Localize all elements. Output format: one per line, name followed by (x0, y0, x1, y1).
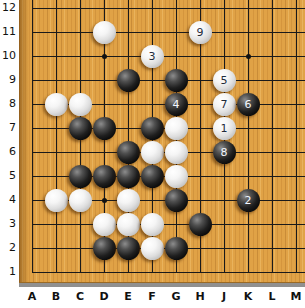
stone-E4[interactable] (117, 189, 140, 212)
col-label-A: A (24, 290, 40, 304)
move-number: 5 (221, 75, 228, 86)
move-number: 1 (221, 123, 228, 134)
row-label-2: 2 (0, 241, 16, 255)
stone-E3[interactable] (117, 213, 140, 236)
stone-J6[interactable]: 8 (213, 141, 236, 164)
stone-D5[interactable] (93, 165, 116, 188)
move-number: 7 (221, 99, 228, 110)
stone-F7[interactable] (141, 117, 164, 140)
star-point (102, 198, 107, 203)
row-label-11: 11 (0, 25, 16, 39)
stone-H3[interactable] (189, 213, 212, 236)
row-label-1: 1 (0, 265, 16, 279)
stone-G5[interactable] (165, 165, 188, 188)
stone-D2[interactable] (93, 237, 116, 260)
stone-B8[interactable] (45, 93, 68, 116)
move-number: 4 (173, 99, 180, 110)
stone-D11[interactable] (93, 21, 116, 44)
stone-G8[interactable]: 4 (165, 93, 188, 116)
row-label-5: 5 (0, 169, 16, 183)
stone-F6[interactable] (141, 141, 164, 164)
row-label-10: 10 (0, 49, 16, 63)
row-label-6: 6 (0, 145, 16, 159)
stone-E5[interactable] (117, 165, 140, 188)
stone-E6[interactable] (117, 141, 140, 164)
star-point (246, 54, 251, 59)
col-label-D: D (96, 290, 112, 304)
stone-G7[interactable] (165, 117, 188, 140)
col-label-M: M (288, 290, 304, 304)
stone-J7[interactable]: 1 (213, 117, 236, 140)
stone-F2[interactable] (141, 237, 164, 260)
stone-E2[interactable] (117, 237, 140, 260)
col-label-C: C (72, 290, 88, 304)
col-label-B: B (48, 290, 64, 304)
row-label-12: 12 (0, 1, 16, 15)
stone-D7[interactable] (93, 117, 116, 140)
stone-E9[interactable] (117, 69, 140, 92)
row-label-8: 8 (0, 97, 16, 111)
col-label-E: E (120, 290, 136, 304)
stone-F5[interactable] (141, 165, 164, 188)
stone-C7[interactable] (69, 117, 92, 140)
move-number: 8 (221, 147, 228, 158)
col-label-F: F (144, 290, 160, 304)
row-label-9: 9 (0, 73, 16, 87)
stone-K8[interactable]: 6 (237, 93, 260, 116)
move-number: 2 (245, 195, 252, 206)
go-board-diagram: 935476182 121110987654321ABCDEFGHJKLM (0, 0, 305, 308)
stone-K4[interactable]: 2 (237, 189, 260, 212)
stone-F10[interactable]: 3 (141, 45, 164, 68)
col-label-G: G (168, 290, 184, 304)
row-label-3: 3 (0, 217, 16, 231)
stone-J9[interactable]: 5 (213, 69, 236, 92)
move-number: 6 (245, 99, 252, 110)
stone-C4[interactable] (69, 189, 92, 212)
stone-G2[interactable] (165, 237, 188, 260)
col-label-J: J (216, 290, 232, 304)
col-label-L: L (264, 290, 280, 304)
stone-C5[interactable] (69, 165, 92, 188)
stone-B4[interactable] (45, 189, 68, 212)
move-number: 9 (197, 27, 204, 38)
stone-G9[interactable] (165, 69, 188, 92)
stone-H11[interactable]: 9 (189, 21, 212, 44)
stone-C8[interactable] (69, 93, 92, 116)
star-point (102, 54, 107, 59)
row-label-4: 4 (0, 193, 16, 207)
move-number: 3 (149, 51, 156, 62)
stone-D3[interactable] (93, 213, 116, 236)
row-label-7: 7 (0, 121, 16, 135)
stone-G4[interactable] (165, 189, 188, 212)
stone-F3[interactable] (141, 213, 164, 236)
stone-J8[interactable]: 7 (213, 93, 236, 116)
col-label-K: K (240, 290, 256, 304)
stone-G6[interactable] (165, 141, 188, 164)
col-label-H: H (192, 290, 208, 304)
